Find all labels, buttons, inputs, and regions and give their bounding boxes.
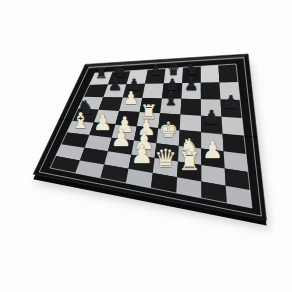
chess-board	[0, 0, 292, 292]
product-photo: ♜♚♝♛♞♟♟♟♟♝♟♞♟♟♜♝♟♟♟♚♟♟♞♟♟♛♜	[0, 0, 292, 292]
